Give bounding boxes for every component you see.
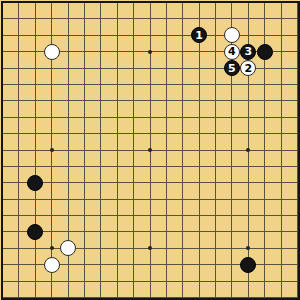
black-stone[interactable] <box>27 175 43 191</box>
go-board[interactable]: 12345 <box>0 0 300 300</box>
black-stone-move-5[interactable]: 5 <box>224 60 240 76</box>
black-stone[interactable] <box>257 44 273 60</box>
black-stone[interactable] <box>240 257 256 273</box>
white-stone-move-4[interactable]: 4 <box>224 44 240 60</box>
white-stone[interactable] <box>44 257 60 273</box>
black-stone-move-3[interactable]: 3 <box>240 44 256 60</box>
screenshot: 12345 <box>0 0 300 300</box>
white-stone[interactable] <box>44 44 60 60</box>
